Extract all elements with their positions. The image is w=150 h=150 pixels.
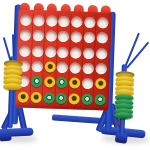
cell-r5c7 bbox=[94, 76, 107, 92]
cell-r2c6 bbox=[83, 30, 96, 46]
cell-r6c1 bbox=[17, 89, 30, 105]
empty-hole bbox=[70, 62, 81, 73]
cell-r4c2 bbox=[31, 59, 44, 75]
empty-hole bbox=[21, 15, 32, 26]
empty-hole bbox=[57, 62, 68, 73]
cell-r1c1 bbox=[20, 12, 33, 28]
green-disc bbox=[95, 94, 106, 105]
cell-r1c3 bbox=[46, 13, 59, 29]
cell-r2c2 bbox=[32, 28, 45, 44]
cell-r3c4 bbox=[57, 44, 70, 60]
cell-r3c6 bbox=[83, 45, 96, 61]
empty-hole bbox=[84, 17, 95, 28]
empty-hole bbox=[19, 45, 30, 56]
yellow-disc bbox=[95, 79, 106, 90]
cell-r2c3 bbox=[45, 29, 58, 45]
scene bbox=[0, 0, 150, 150]
yellow-disc bbox=[31, 92, 42, 103]
empty-hole bbox=[97, 33, 108, 44]
empty-hole bbox=[32, 46, 43, 57]
cell-r5c6 bbox=[81, 76, 94, 92]
empty-hole bbox=[33, 30, 44, 41]
green-disc bbox=[56, 93, 67, 104]
empty-hole bbox=[45, 46, 56, 57]
cell-r4c3 bbox=[44, 59, 57, 75]
empty-hole bbox=[82, 63, 93, 74]
empty-hole bbox=[97, 17, 108, 28]
empty-hole bbox=[58, 31, 69, 42]
cell-r2c5 bbox=[70, 30, 83, 46]
empty-hole bbox=[84, 32, 95, 43]
cell-r2c7 bbox=[96, 30, 109, 46]
cell-r3c3 bbox=[44, 44, 57, 60]
empty-hole bbox=[59, 16, 70, 27]
cell-r6c4 bbox=[56, 90, 69, 106]
empty-hole bbox=[46, 16, 57, 27]
cell-r1c6 bbox=[84, 15, 97, 31]
cell-r5c5 bbox=[69, 76, 82, 92]
empty-hole bbox=[20, 30, 31, 41]
cell-r2c4 bbox=[58, 29, 71, 45]
empty-hole bbox=[83, 48, 94, 59]
cell-r3c7 bbox=[95, 46, 108, 62]
empty-hole bbox=[45, 31, 56, 42]
cell-r3c2 bbox=[32, 44, 45, 60]
empty-hole bbox=[70, 47, 81, 58]
cell-r4c4 bbox=[57, 60, 70, 76]
right-disc-stack bbox=[113, 71, 135, 118]
cell-r2c1 bbox=[20, 28, 33, 44]
left-disc-stack bbox=[2, 60, 23, 88]
cell-r5c3 bbox=[43, 75, 56, 91]
cell-r6c2 bbox=[30, 90, 43, 106]
cell-r4c5 bbox=[69, 60, 82, 76]
cell-r1c7 bbox=[96, 15, 109, 31]
cell-r1c2 bbox=[33, 13, 46, 29]
cell-r1c4 bbox=[58, 14, 71, 30]
cell-r6c6 bbox=[81, 91, 94, 107]
yellow-disc bbox=[44, 77, 55, 88]
yellow-disc bbox=[44, 62, 55, 73]
green-disc bbox=[56, 77, 67, 88]
cell-r6c5 bbox=[68, 91, 81, 107]
empty-hole bbox=[32, 61, 43, 72]
left-foot-pad bbox=[0, 130, 12, 141]
cell-r4c6 bbox=[82, 61, 95, 77]
yellow-disc bbox=[18, 91, 29, 102]
green-disc bbox=[43, 92, 54, 103]
empty-hole bbox=[71, 32, 82, 43]
empty-hole bbox=[82, 78, 93, 89]
game-assembly bbox=[0, 0, 150, 150]
empty-hole bbox=[96, 48, 107, 59]
empty-hole bbox=[33, 15, 44, 26]
empty-hole bbox=[71, 16, 82, 27]
green-disc bbox=[81, 93, 92, 104]
cell-r3c1 bbox=[19, 43, 32, 59]
board-grid bbox=[17, 12, 109, 107]
cell-r1c5 bbox=[71, 14, 84, 30]
cell-r6c3 bbox=[43, 90, 56, 106]
cell-r3c5 bbox=[70, 45, 83, 61]
cell-r4c7 bbox=[95, 61, 108, 77]
green-disc bbox=[31, 76, 42, 87]
yellow-spare-disc bbox=[2, 83, 21, 91]
empty-hole bbox=[58, 47, 69, 58]
board bbox=[15, 9, 111, 110]
yellow-disc bbox=[69, 93, 80, 104]
yellow-disc bbox=[69, 78, 80, 89]
cell-r5c4 bbox=[56, 75, 69, 91]
cell-r5c2 bbox=[31, 74, 44, 90]
empty-hole bbox=[96, 63, 107, 74]
cell-r6c7 bbox=[94, 92, 107, 108]
